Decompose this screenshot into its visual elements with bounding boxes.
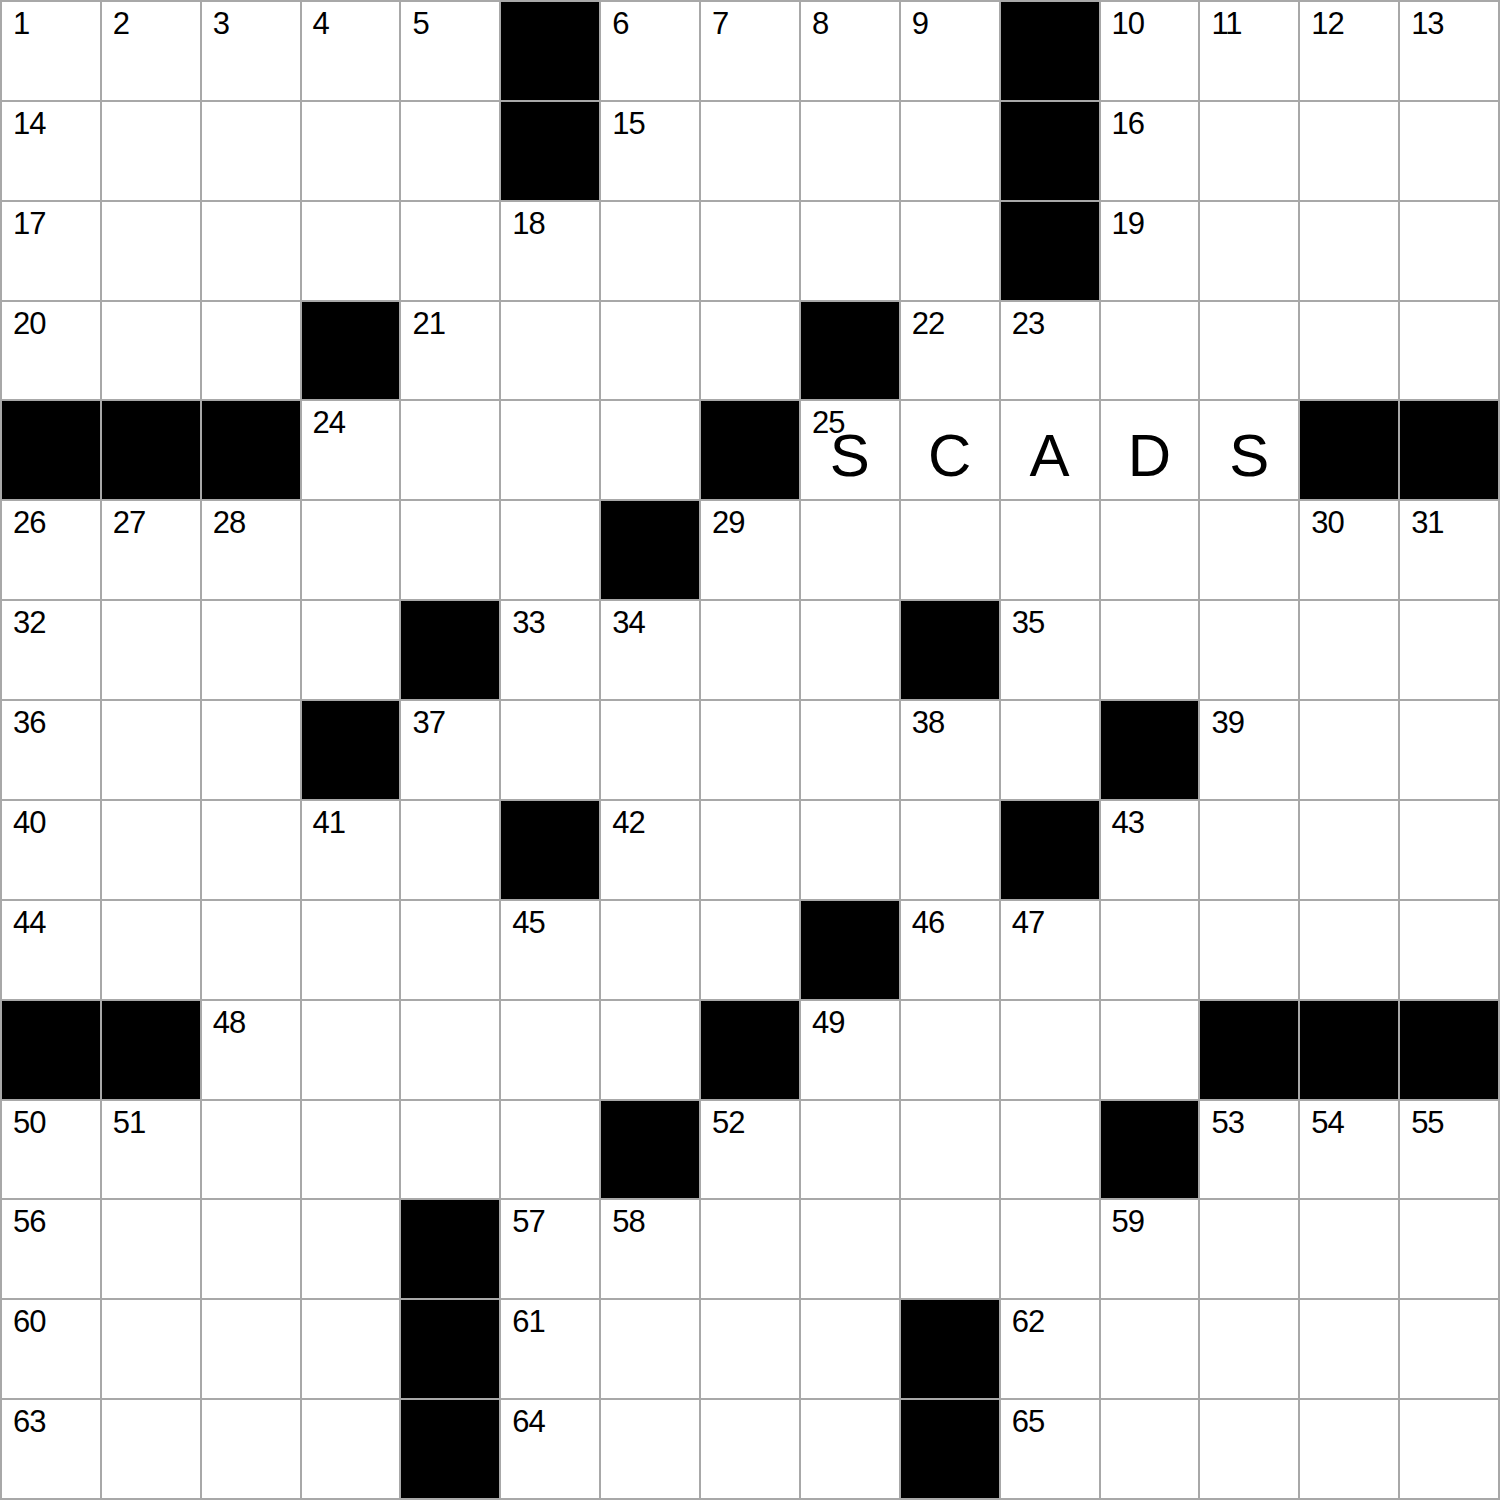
white-cell-r15c7[interactable] xyxy=(601,1400,699,1498)
black-cell-r2c11 xyxy=(1001,102,1099,200)
white-cell-r7c4[interactable] xyxy=(302,601,400,699)
white-cell-r12c5[interactable] xyxy=(401,1101,499,1199)
white-cell-r9c10[interactable] xyxy=(901,801,999,899)
white-cell-r7c3[interactable] xyxy=(202,601,300,699)
white-cell-r7c13[interactable] xyxy=(1200,601,1298,699)
white-cell-r1c4[interactable]: 4 xyxy=(302,2,400,100)
white-cell-r12c13[interactable]: 53 xyxy=(1200,1101,1298,1199)
white-cell-r3c14[interactable] xyxy=(1300,202,1398,300)
black-cell-r8c12 xyxy=(1101,701,1199,799)
black-cell-r5c1 xyxy=(2,401,100,499)
white-cell-r7c6[interactable]: 33 xyxy=(501,601,599,699)
white-cell-r7c9[interactable] xyxy=(801,601,899,699)
white-cell-r6c14[interactable]: 30 xyxy=(1300,501,1398,599)
white-cell-r10c8[interactable] xyxy=(701,901,799,999)
white-cell-r9c8[interactable] xyxy=(701,801,799,899)
clue-number: 22 xyxy=(912,308,944,339)
clue-number: 13 xyxy=(1411,8,1443,39)
clue-number: 4 xyxy=(313,8,329,39)
white-cell-r2c3[interactable] xyxy=(202,102,300,200)
white-cell-r14c3[interactable] xyxy=(202,1300,300,1398)
white-cell-r12c10[interactable] xyxy=(901,1101,999,1199)
white-cell-r4c7[interactable] xyxy=(601,302,699,400)
white-cell-r12c9[interactable] xyxy=(801,1101,899,1199)
black-cell-r9c6 xyxy=(501,801,599,899)
black-cell-r2c6 xyxy=(501,102,599,200)
white-cell-r3c4[interactable] xyxy=(302,202,400,300)
white-cell-r4c3[interactable] xyxy=(202,302,300,400)
white-cell-r8c3[interactable] xyxy=(202,701,300,799)
clue-number: 1 xyxy=(13,8,29,39)
white-cell-r14c13[interactable] xyxy=(1200,1300,1298,1398)
clue-number: 54 xyxy=(1311,1107,1343,1138)
white-cell-r13c11[interactable] xyxy=(1001,1200,1099,1298)
white-cell-r3c2[interactable] xyxy=(102,202,200,300)
black-cell-r7c10 xyxy=(901,601,999,699)
white-cell-r5c12[interactable]: D xyxy=(1101,401,1199,499)
white-cell-r6c5[interactable] xyxy=(401,501,499,599)
white-cell-r10c15[interactable] xyxy=(1400,901,1498,999)
black-cell-r13c5 xyxy=(401,1200,499,1298)
white-cell-r8c14[interactable] xyxy=(1300,701,1398,799)
clue-number: 41 xyxy=(313,807,345,838)
clue-number: 28 xyxy=(213,507,245,538)
clue-number: 57 xyxy=(512,1206,544,1237)
white-cell-r8c5[interactable]: 37 xyxy=(401,701,499,799)
white-cell-r10c13[interactable] xyxy=(1200,901,1298,999)
black-cell-r11c1 xyxy=(2,1001,100,1099)
white-cell-r9c5[interactable] xyxy=(401,801,499,899)
white-cell-r6c11[interactable] xyxy=(1001,501,1099,599)
clue-number: 64 xyxy=(512,1406,544,1437)
white-cell-r14c8[interactable] xyxy=(701,1300,799,1398)
white-cell-r6c9[interactable] xyxy=(801,501,899,599)
white-cell-r11c9[interactable]: 49 xyxy=(801,1001,899,1099)
white-cell-r11c6[interactable] xyxy=(501,1001,599,1099)
white-cell-r4c15[interactable] xyxy=(1400,302,1498,400)
black-cell-r11c8 xyxy=(701,1001,799,1099)
black-cell-r9c11 xyxy=(1001,801,1099,899)
white-cell-r7c14[interactable] xyxy=(1300,601,1398,699)
clue-number: 31 xyxy=(1411,507,1443,538)
white-cell-r8c1[interactable]: 36 xyxy=(2,701,100,799)
white-cell-r5c10[interactable]: C xyxy=(901,401,999,499)
clue-number: 46 xyxy=(912,907,944,938)
clue-number: 60 xyxy=(13,1306,45,1337)
white-cell-r4c13[interactable] xyxy=(1200,302,1298,400)
black-cell-r8c4 xyxy=(302,701,400,799)
white-cell-r1c5[interactable]: 5 xyxy=(401,2,499,100)
clue-number: 7 xyxy=(712,8,728,39)
clue-number: 55 xyxy=(1411,1107,1443,1138)
white-cell-r6c10[interactable] xyxy=(901,501,999,599)
white-cell-r2c9[interactable] xyxy=(801,102,899,200)
white-cell-r10c12[interactable] xyxy=(1101,901,1199,999)
clue-number: 5 xyxy=(412,8,428,39)
white-cell-r9c15[interactable] xyxy=(1400,801,1498,899)
white-cell-r2c1[interactable]: 14 xyxy=(2,102,100,200)
white-cell-r14c7[interactable] xyxy=(601,1300,699,1398)
white-cell-r2c4[interactable] xyxy=(302,102,400,200)
white-cell-r8c11[interactable] xyxy=(1001,701,1099,799)
white-cell-r6c3[interactable]: 28 xyxy=(202,501,300,599)
white-cell-r8c6[interactable] xyxy=(501,701,599,799)
white-cell-r8c15[interactable] xyxy=(1400,701,1498,799)
white-cell-r15c13[interactable] xyxy=(1200,1400,1298,1498)
white-cell-r3c10[interactable] xyxy=(901,202,999,300)
black-cell-r7c5 xyxy=(401,601,499,699)
cell-letter: A xyxy=(1001,401,1099,499)
white-cell-r12c3[interactable] xyxy=(202,1101,300,1199)
white-cell-r7c1[interactable]: 32 xyxy=(2,601,100,699)
white-cell-r5c6[interactable] xyxy=(501,401,599,499)
white-cell-r13c14[interactable] xyxy=(1300,1200,1398,1298)
white-cell-r10c3[interactable] xyxy=(202,901,300,999)
white-cell-r14c12[interactable] xyxy=(1101,1300,1199,1398)
white-cell-r9c3[interactable] xyxy=(202,801,300,899)
white-cell-r12c2[interactable]: 51 xyxy=(102,1101,200,1199)
white-cell-r4c5[interactable]: 21 xyxy=(401,302,499,400)
white-cell-r13c4[interactable] xyxy=(302,1200,400,1298)
white-cell-r15c12[interactable] xyxy=(1101,1400,1199,1498)
cell-letter: C xyxy=(901,401,999,499)
white-cell-r11c3[interactable]: 48 xyxy=(202,1001,300,1099)
clue-number: 2 xyxy=(113,8,129,39)
white-cell-r1c14[interactable]: 12 xyxy=(1300,2,1398,100)
white-cell-r10c4[interactable] xyxy=(302,901,400,999)
white-cell-r9c9[interactable] xyxy=(801,801,899,899)
clue-number: 18 xyxy=(512,208,544,239)
white-cell-r1c3[interactable]: 3 xyxy=(202,2,300,100)
white-cell-r11c10[interactable] xyxy=(901,1001,999,1099)
white-cell-r11c7[interactable] xyxy=(601,1001,699,1099)
white-cell-r10c10[interactable]: 46 xyxy=(901,901,999,999)
white-cell-r8c10[interactable]: 38 xyxy=(901,701,999,799)
white-cell-r3c15[interactable] xyxy=(1400,202,1498,300)
white-cell-r2c7[interactable]: 15 xyxy=(601,102,699,200)
clue-number: 58 xyxy=(612,1206,644,1237)
clue-number: 15 xyxy=(612,108,644,139)
clue-number: 62 xyxy=(1012,1306,1044,1337)
white-cell-r14c2[interactable] xyxy=(102,1300,200,1398)
white-cell-r2c14[interactable] xyxy=(1300,102,1398,200)
white-cell-r14c11[interactable]: 62 xyxy=(1001,1300,1099,1398)
white-cell-r3c6[interactable]: 18 xyxy=(501,202,599,300)
white-cell-r14c14[interactable] xyxy=(1300,1300,1398,1398)
clue-number: 65 xyxy=(1012,1406,1044,1437)
clue-number: 26 xyxy=(13,507,45,538)
clue-number: 49 xyxy=(812,1007,844,1038)
white-cell-r3c7[interactable] xyxy=(601,202,699,300)
black-cell-r15c5 xyxy=(401,1400,499,1498)
clue-number: 39 xyxy=(1211,707,1243,738)
white-cell-r4c2[interactable] xyxy=(102,302,200,400)
clue-number: 43 xyxy=(1112,807,1144,838)
cell-letter: S xyxy=(1200,401,1298,499)
white-cell-r11c12[interactable] xyxy=(1101,1001,1199,1099)
black-cell-r14c10 xyxy=(901,1300,999,1398)
black-cell-r5c8 xyxy=(701,401,799,499)
clue-number: 36 xyxy=(13,707,45,738)
white-cell-r15c11[interactable]: 65 xyxy=(1001,1400,1099,1498)
white-cell-r7c12[interactable] xyxy=(1101,601,1199,699)
white-cell-r1c1[interactable]: 1 xyxy=(2,2,100,100)
white-cell-r12c8[interactable]: 52 xyxy=(701,1101,799,1199)
black-cell-r15c10 xyxy=(901,1400,999,1498)
white-cell-r9c4[interactable]: 41 xyxy=(302,801,400,899)
white-cell-r3c9[interactable] xyxy=(801,202,899,300)
white-cell-r7c11[interactable]: 35 xyxy=(1001,601,1099,699)
white-cell-r5c7[interactable] xyxy=(601,401,699,499)
crossword-grid: 1234567891011121314151617181920212223242… xyxy=(0,0,1500,1500)
black-cell-r11c2 xyxy=(102,1001,200,1099)
white-cell-r12c11[interactable] xyxy=(1001,1101,1099,1199)
white-cell-r10c2[interactable] xyxy=(102,901,200,999)
white-cell-r6c4[interactable] xyxy=(302,501,400,599)
white-cell-r15c14[interactable] xyxy=(1300,1400,1398,1498)
white-cell-r4c11[interactable]: 23 xyxy=(1001,302,1099,400)
white-cell-r5c13[interactable]: S xyxy=(1200,401,1298,499)
white-cell-r1c9[interactable]: 8 xyxy=(801,2,899,100)
clue-number: 63 xyxy=(13,1406,45,1437)
white-cell-r6c13[interactable] xyxy=(1200,501,1298,599)
clue-number: 45 xyxy=(512,907,544,938)
white-cell-r7c8[interactable] xyxy=(701,601,799,699)
clue-number: 44 xyxy=(13,907,45,938)
clue-number: 23 xyxy=(1012,308,1044,339)
clue-number: 38 xyxy=(912,707,944,738)
clue-number: 56 xyxy=(13,1206,45,1237)
white-cell-r15c4[interactable] xyxy=(302,1400,400,1498)
black-cell-r1c6 xyxy=(501,2,599,100)
clue-number: 3 xyxy=(213,8,229,39)
white-cell-r8c9[interactable] xyxy=(801,701,899,799)
white-cell-r13c15[interactable] xyxy=(1400,1200,1498,1298)
white-cell-r12c4[interactable] xyxy=(302,1101,400,1199)
white-cell-r13c13[interactable] xyxy=(1200,1200,1298,1298)
white-cell-r15c1[interactable]: 63 xyxy=(2,1400,100,1498)
white-cell-r14c1[interactable]: 60 xyxy=(2,1300,100,1398)
white-cell-r10c6[interactable]: 45 xyxy=(501,901,599,999)
black-cell-r5c3 xyxy=(202,401,300,499)
white-cell-r15c3[interactable] xyxy=(202,1400,300,1498)
black-cell-r5c14 xyxy=(1300,401,1398,499)
white-cell-r6c8[interactable]: 29 xyxy=(701,501,799,599)
black-cell-r5c2 xyxy=(102,401,200,499)
white-cell-r3c13[interactable] xyxy=(1200,202,1298,300)
white-cell-r2c8[interactable] xyxy=(701,102,799,200)
white-cell-r6c12[interactable] xyxy=(1101,501,1199,599)
clue-number: 20 xyxy=(13,308,45,339)
white-cell-r6c1[interactable]: 26 xyxy=(2,501,100,599)
clue-number: 14 xyxy=(13,108,45,139)
white-cell-r2c10[interactable] xyxy=(901,102,999,200)
black-cell-r4c4 xyxy=(302,302,400,400)
white-cell-r13c3[interactable] xyxy=(202,1200,300,1298)
black-cell-r5c15 xyxy=(1400,401,1498,499)
white-cell-r15c6[interactable]: 64 xyxy=(501,1400,599,1498)
white-cell-r7c15[interactable] xyxy=(1400,601,1498,699)
clue-number: 16 xyxy=(1112,108,1144,139)
clue-number: 42 xyxy=(612,807,644,838)
white-cell-r11c11[interactable] xyxy=(1001,1001,1099,1099)
white-cell-r13c2[interactable] xyxy=(102,1200,200,1298)
white-cell-r1c2[interactable]: 2 xyxy=(102,2,200,100)
clue-number: 48 xyxy=(213,1007,245,1038)
black-cell-r11c15 xyxy=(1400,1001,1498,1099)
white-cell-r1c13[interactable]: 11 xyxy=(1200,2,1298,100)
white-cell-r10c1[interactable]: 44 xyxy=(2,901,100,999)
black-cell-r3c11 xyxy=(1001,202,1099,300)
clue-number: 35 xyxy=(1012,607,1044,638)
white-cell-r15c2[interactable] xyxy=(102,1400,200,1498)
clue-number: 47 xyxy=(1012,907,1044,938)
clue-number: 33 xyxy=(512,607,544,638)
black-cell-r6c7 xyxy=(601,501,699,599)
clue-number: 11 xyxy=(1211,8,1241,39)
clue-number: 12 xyxy=(1311,8,1343,39)
white-cell-r15c8[interactable] xyxy=(701,1400,799,1498)
white-cell-r7c2[interactable] xyxy=(102,601,200,699)
white-cell-r3c8[interactable] xyxy=(701,202,799,300)
black-cell-r12c7 xyxy=(601,1101,699,1199)
clue-number: 8 xyxy=(812,8,828,39)
white-cell-r12c15[interactable]: 55 xyxy=(1400,1101,1498,1199)
white-cell-r8c2[interactable] xyxy=(102,701,200,799)
cell-letter: S xyxy=(801,401,899,499)
white-cell-r13c1[interactable]: 56 xyxy=(2,1200,100,1298)
white-cell-r9c12[interactable]: 43 xyxy=(1101,801,1199,899)
clue-number: 6 xyxy=(612,8,628,39)
white-cell-r8c8[interactable] xyxy=(701,701,799,799)
white-cell-r3c3[interactable] xyxy=(202,202,300,300)
black-cell-r11c13 xyxy=(1200,1001,1298,1099)
clue-number: 29 xyxy=(712,507,744,538)
clue-number: 40 xyxy=(13,807,45,838)
white-cell-r12c1[interactable]: 50 xyxy=(2,1101,100,1199)
clue-number: 37 xyxy=(412,707,444,738)
white-cell-r9c7[interactable]: 42 xyxy=(601,801,699,899)
white-cell-r1c12[interactable]: 10 xyxy=(1101,2,1199,100)
white-cell-r7c7[interactable]: 34 xyxy=(601,601,699,699)
white-cell-r5c4[interactable]: 24 xyxy=(302,401,400,499)
white-cell-r4c6[interactable] xyxy=(501,302,599,400)
white-cell-r2c5[interactable] xyxy=(401,102,499,200)
white-cell-r11c5[interactable] xyxy=(401,1001,499,1099)
clue-number: 19 xyxy=(1112,208,1144,239)
black-cell-r1c11 xyxy=(1001,2,1099,100)
white-cell-r10c14[interactable] xyxy=(1300,901,1398,999)
white-cell-r4c14[interactable] xyxy=(1300,302,1398,400)
white-cell-r5c5[interactable] xyxy=(401,401,499,499)
clue-number: 10 xyxy=(1112,8,1144,39)
clue-number: 17 xyxy=(13,208,45,239)
white-cell-r8c13[interactable]: 39 xyxy=(1200,701,1298,799)
white-cell-r6c15[interactable]: 31 xyxy=(1400,501,1498,599)
white-cell-r2c12[interactable]: 16 xyxy=(1101,102,1199,200)
black-cell-r10c9 xyxy=(801,901,899,999)
white-cell-r14c4[interactable] xyxy=(302,1300,400,1398)
clue-number: 61 xyxy=(512,1306,544,1337)
clue-number: 24 xyxy=(313,407,345,438)
clue-number: 51 xyxy=(113,1107,145,1138)
white-cell-r13c10[interactable] xyxy=(901,1200,999,1298)
clue-number: 59 xyxy=(1112,1206,1144,1237)
clue-number: 32 xyxy=(13,607,45,638)
white-cell-r12c14[interactable]: 54 xyxy=(1300,1101,1398,1199)
white-cell-r2c2[interactable] xyxy=(102,102,200,200)
clue-number: 27 xyxy=(113,507,145,538)
white-cell-r4c8[interactable] xyxy=(701,302,799,400)
black-cell-r14c5 xyxy=(401,1300,499,1398)
white-cell-r5c11[interactable]: A xyxy=(1001,401,1099,499)
white-cell-r6c6[interactable] xyxy=(501,501,599,599)
white-cell-r2c15[interactable] xyxy=(1400,102,1498,200)
white-cell-r13c6[interactable]: 57 xyxy=(501,1200,599,1298)
clue-number: 52 xyxy=(712,1107,744,1138)
clue-number: 21 xyxy=(412,308,444,339)
white-cell-r3c5[interactable] xyxy=(401,202,499,300)
white-cell-r4c12[interactable] xyxy=(1101,302,1199,400)
cell-letter: D xyxy=(1101,401,1199,499)
white-cell-r10c7[interactable] xyxy=(601,901,699,999)
white-cell-r1c7[interactable]: 6 xyxy=(601,2,699,100)
white-cell-r2c13[interactable] xyxy=(1200,102,1298,200)
black-cell-r12c12 xyxy=(1101,1101,1199,1199)
white-cell-r13c8[interactable] xyxy=(701,1200,799,1298)
clue-number: 30 xyxy=(1311,507,1343,538)
black-cell-r11c14 xyxy=(1300,1001,1398,1099)
white-cell-r9c14[interactable] xyxy=(1300,801,1398,899)
white-cell-r9c2[interactable] xyxy=(102,801,200,899)
white-cell-r10c11[interactable]: 47 xyxy=(1001,901,1099,999)
white-cell-r1c8[interactable]: 7 xyxy=(701,2,799,100)
white-cell-r1c10[interactable]: 9 xyxy=(901,2,999,100)
white-cell-r13c12[interactable]: 59 xyxy=(1101,1200,1199,1298)
white-cell-r3c12[interactable]: 19 xyxy=(1101,202,1199,300)
white-cell-r13c7[interactable]: 58 xyxy=(601,1200,699,1298)
clue-number: 53 xyxy=(1211,1107,1243,1138)
white-cell-r12c6[interactable] xyxy=(501,1101,599,1199)
white-cell-r5c9[interactable]: 25S xyxy=(801,401,899,499)
black-cell-r4c9 xyxy=(801,302,899,400)
clue-number: 50 xyxy=(13,1107,45,1138)
white-cell-r15c9[interactable] xyxy=(801,1400,899,1498)
white-cell-r9c1[interactable]: 40 xyxy=(2,801,100,899)
clue-number: 34 xyxy=(612,607,644,638)
white-cell-r9c13[interactable] xyxy=(1200,801,1298,899)
white-cell-r1c15[interactable]: 13 xyxy=(1400,2,1498,100)
white-cell-r14c15[interactable] xyxy=(1400,1300,1498,1398)
white-cell-r4c1[interactable]: 20 xyxy=(2,302,100,400)
white-cell-r8c7[interactable] xyxy=(601,701,699,799)
white-cell-r4c10[interactable]: 22 xyxy=(901,302,999,400)
white-cell-r15c15[interactable] xyxy=(1400,1400,1498,1498)
clue-number: 9 xyxy=(912,8,928,39)
white-cell-r14c6[interactable]: 61 xyxy=(501,1300,599,1398)
white-cell-r14c9[interactable] xyxy=(801,1300,899,1398)
white-cell-r3c1[interactable]: 17 xyxy=(2,202,100,300)
white-cell-r6c2[interactable]: 27 xyxy=(102,501,200,599)
white-cell-r11c4[interactable] xyxy=(302,1001,400,1099)
white-cell-r13c9[interactable] xyxy=(801,1200,899,1298)
white-cell-r10c5[interactable] xyxy=(401,901,499,999)
